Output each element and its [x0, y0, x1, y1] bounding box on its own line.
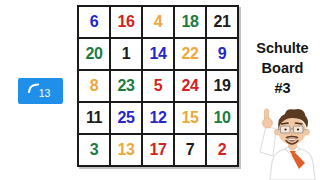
- timer-value: 13: [39, 87, 51, 99]
- grid-cell-9[interactable]: 9: [207, 39, 237, 69]
- video-frame: 6164182120114229823524191125121510313177…: [0, 0, 320, 180]
- grid-cell-1[interactable]: 1: [111, 39, 141, 69]
- schulte-board: 6164182120114229823524191125121510313177…: [77, 5, 239, 167]
- title-line-1: Schulte: [245, 38, 320, 58]
- grid-cell-13[interactable]: 13: [111, 135, 141, 165]
- grid-cell-16[interactable]: 16: [111, 7, 141, 37]
- teacher-character-illustration: [254, 106, 320, 180]
- grid-cell-12[interactable]: 12: [143, 103, 173, 133]
- grid-cell-23[interactable]: 23: [111, 71, 141, 101]
- grid-cell-4[interactable]: 4: [143, 7, 173, 37]
- grid-cell-6[interactable]: 6: [79, 7, 109, 37]
- grid-cell-7[interactable]: 7: [175, 135, 205, 165]
- grid-cell-17[interactable]: 17: [143, 135, 173, 165]
- grid-cell-18[interactable]: 18: [175, 7, 205, 37]
- title-line-2: Board: [245, 58, 320, 78]
- grid-cell-22[interactable]: 22: [175, 39, 205, 69]
- grid-cell-15[interactable]: 15: [175, 103, 205, 133]
- grid-cell-14[interactable]: 14: [143, 39, 173, 69]
- grid-cell-8[interactable]: 8: [79, 71, 109, 101]
- grid-cell-25[interactable]: 25: [111, 103, 141, 133]
- grid-cell-20[interactable]: 20: [79, 39, 109, 69]
- timer-badge: 13: [18, 78, 63, 104]
- page-title: Schulte Board #3: [245, 38, 320, 98]
- grid-cell-10[interactable]: 10: [207, 103, 237, 133]
- grid-cell-11[interactable]: 11: [79, 103, 109, 133]
- grid-cell-5[interactable]: 5: [143, 71, 173, 101]
- grid-cell-21[interactable]: 21: [207, 7, 237, 37]
- title-line-3: #3: [245, 78, 320, 98]
- grid-cell-19[interactable]: 19: [207, 71, 237, 101]
- grid-cell-24[interactable]: 24: [175, 71, 205, 101]
- grid-cell-2[interactable]: 2: [207, 135, 237, 165]
- grid-cell-3[interactable]: 3: [79, 135, 109, 165]
